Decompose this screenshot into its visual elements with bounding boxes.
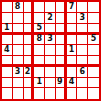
cell-r2c1[interactable] — [2, 13, 13, 24]
cell-r8c5[interactable] — [45, 78, 56, 89]
cell-r6c5[interactable] — [45, 56, 56, 67]
given-digit-r4c5[interactable]: 3 — [45, 35, 56, 46]
given-digit-r3c4[interactable]: 5 — [34, 24, 45, 35]
cell-r3c3[interactable] — [24, 24, 35, 35]
cell-r9c7[interactable] — [67, 88, 78, 99]
cell-r6c4[interactable] — [34, 56, 45, 67]
cell-r6c6[interactable] — [56, 56, 67, 67]
cell-r2c6[interactable] — [56, 13, 67, 24]
given-digit-r2c5[interactable]: 2 — [45, 13, 56, 24]
given-digit-r2c8[interactable]: 3 — [77, 13, 88, 24]
cell-r7c4[interactable] — [34, 67, 45, 78]
cell-r2c9[interactable] — [88, 13, 99, 24]
given-digit-r4c9[interactable]: 5 — [88, 35, 99, 46]
cell-r1c1[interactable] — [2, 2, 13, 13]
cell-r1c9[interactable] — [88, 2, 99, 13]
cell-r5c6[interactable] — [56, 45, 67, 56]
cell-r2c7[interactable] — [67, 13, 78, 24]
cell-r4c8[interactable] — [77, 35, 88, 46]
cell-r3c8[interactable] — [77, 24, 88, 35]
cell-r5c8[interactable] — [77, 45, 88, 56]
cell-r4c6[interactable] — [56, 35, 67, 46]
cell-r2c3[interactable] — [24, 13, 35, 24]
cell-r1c8[interactable] — [77, 2, 88, 13]
cell-r5c4[interactable] — [34, 45, 45, 56]
cell-r8c1[interactable] — [2, 78, 13, 89]
cell-r9c8[interactable] — [77, 88, 88, 99]
given-digit-r7c8[interactable]: 6 — [77, 67, 88, 78]
cell-r6c1[interactable] — [2, 56, 13, 67]
cell-r3c9[interactable] — [88, 24, 99, 35]
cell-r3c5[interactable] — [45, 24, 56, 35]
cell-r3c6[interactable] — [56, 24, 67, 35]
cell-r7c9[interactable] — [88, 67, 99, 78]
cell-r1c5[interactable] — [45, 2, 56, 13]
given-digit-r1c2[interactable]: 8 — [13, 2, 24, 13]
cell-r5c2[interactable] — [13, 45, 24, 56]
given-digit-r5c1[interactable]: 4 — [2, 45, 13, 56]
cell-r1c3[interactable] — [24, 2, 35, 13]
cell-r7c5[interactable] — [45, 67, 56, 78]
cell-r2c4[interactable] — [34, 13, 45, 24]
cell-r8c2[interactable] — [13, 78, 24, 89]
cell-r2c2[interactable] — [13, 13, 24, 24]
cell-r6c3[interactable] — [24, 56, 35, 67]
cell-r8c8[interactable] — [77, 78, 88, 89]
given-digit-r5c7[interactable]: 1 — [67, 45, 78, 56]
cell-r8c3[interactable] — [24, 78, 35, 89]
cell-r4c3[interactable] — [24, 35, 35, 46]
cell-r8c9[interactable] — [88, 78, 99, 89]
cell-r7c6[interactable] — [56, 67, 67, 78]
cell-r6c8[interactable] — [77, 56, 88, 67]
given-digit-r8c4[interactable]: 1 — [34, 78, 45, 89]
cell-r5c3[interactable] — [24, 45, 35, 56]
cell-r5c9[interactable] — [88, 45, 99, 56]
cell-r9c9[interactable] — [88, 88, 99, 99]
given-digit-r7c3[interactable]: 2 — [24, 67, 35, 78]
given-digit-r1c7[interactable]: 7 — [67, 2, 78, 13]
cell-r7c1[interactable] — [2, 67, 13, 78]
sudoku-board: 87231583541326194 — [0, 0, 101, 101]
cell-r4c7[interactable] — [67, 35, 78, 46]
cell-r1c4[interactable] — [34, 2, 45, 13]
cell-r9c3[interactable] — [24, 88, 35, 99]
cell-r9c1[interactable] — [2, 88, 13, 99]
cell-r9c2[interactable] — [13, 88, 24, 99]
given-digit-r8c6[interactable]: 9 — [56, 78, 67, 89]
cell-r9c6[interactable] — [56, 88, 67, 99]
given-digit-r3c1[interactable]: 1 — [2, 24, 13, 35]
cell-r1c6[interactable] — [56, 2, 67, 13]
cell-r6c2[interactable] — [13, 56, 24, 67]
cell-r7c7[interactable] — [67, 67, 78, 78]
given-digit-r4c4[interactable]: 8 — [34, 35, 45, 46]
cell-r6c7[interactable] — [67, 56, 78, 67]
cell-r3c2[interactable] — [13, 24, 24, 35]
given-digit-r7c2[interactable]: 3 — [13, 67, 24, 78]
cell-r5c5[interactable] — [45, 45, 56, 56]
cell-r9c5[interactable] — [45, 88, 56, 99]
cell-r6c9[interactable] — [88, 56, 99, 67]
cell-r9c4[interactable] — [34, 88, 45, 99]
given-digit-r8c7[interactable]: 4 — [67, 78, 78, 89]
cell-r4c2[interactable] — [13, 35, 24, 46]
cell-r4c1[interactable] — [2, 35, 13, 46]
cell-r3c7[interactable] — [67, 24, 78, 35]
